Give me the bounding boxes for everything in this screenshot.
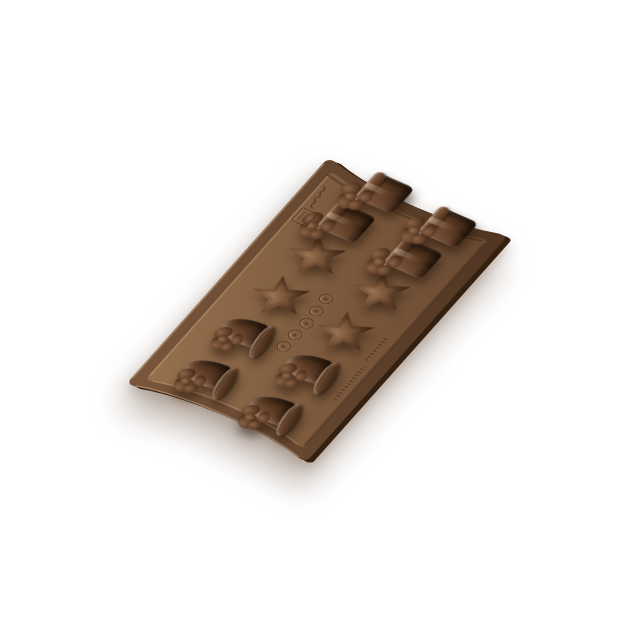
chocolate-mold: [108, 141, 526, 479]
star-top-layer: [255, 278, 305, 314]
star-top-layer: [319, 315, 369, 351]
photo-stage: [0, 0, 630, 630]
mold-shadow: [0, 0, 630, 630]
